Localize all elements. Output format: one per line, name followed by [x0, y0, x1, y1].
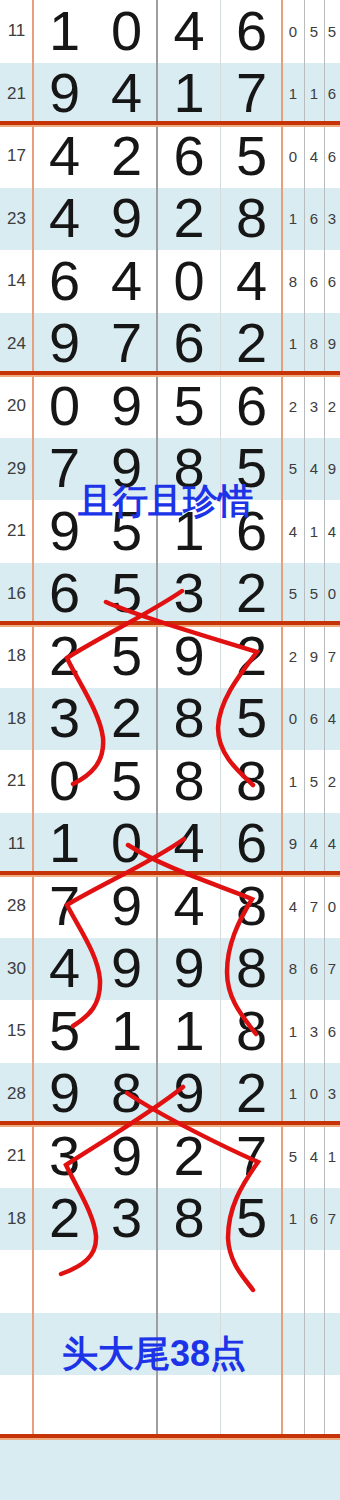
sum-cell: 18 [0, 688, 33, 751]
extra-digit-cell: 6 [304, 250, 324, 313]
draw-digit-cell: 8 [220, 1000, 282, 1063]
chart-row: 146404866 [0, 250, 340, 313]
draw-digit-cell: 4 [33, 938, 95, 1001]
draw-digit-cell: 0 [157, 250, 220, 313]
draw-digit-cell: 9 [33, 1063, 95, 1126]
grid-vline-extras-col2 [304, 0, 305, 1438]
extra-digit-cell: 4 [282, 500, 304, 563]
draw-digit-cell: 6 [157, 313, 220, 376]
blue-note-head-tail-38: 头大尾38点 [62, 1336, 246, 1372]
draw-digit-cell: 4 [33, 125, 95, 188]
extra-digit-cell: 1 [282, 1188, 304, 1251]
sum-cell: 28 [0, 875, 33, 938]
sum-cell: 30 [0, 938, 33, 1001]
draw-digit-cell: 2 [33, 625, 95, 688]
draw-digit-cell: 8 [157, 688, 220, 751]
extra-digit-cell [304, 1250, 324, 1313]
draw-digit-cell: 9 [157, 625, 220, 688]
chart-row: 111046944 [0, 813, 340, 876]
draw-digit-cell: 9 [95, 188, 157, 251]
sum-cell [0, 1375, 33, 1438]
extra-digit-cell: 4 [282, 875, 304, 938]
extra-digit-cell: 9 [282, 813, 304, 876]
extra-digit-cell: 1 [282, 1063, 304, 1126]
extra-digit-cell: 6 [304, 938, 324, 1001]
grid-vline-faint-divider [220, 0, 221, 1438]
chart-row: 289892103 [0, 1063, 340, 1126]
extra-digit-cell: 9 [304, 625, 324, 688]
extra-digit-cell: 5 [304, 750, 324, 813]
chart-row: 200956232 [0, 375, 340, 438]
extra-digit-cell: 5 [304, 563, 324, 626]
draw-digit-cell: 5 [220, 125, 282, 188]
extra-digit-cell: 6 [304, 688, 324, 751]
chart-row: 249762189 [0, 313, 340, 376]
extra-digit-cell: 1 [282, 750, 304, 813]
draw-digit-cell: 2 [220, 625, 282, 688]
draw-digit-cell [33, 1375, 95, 1438]
draw-digit-cell: 7 [33, 875, 95, 938]
draw-digit-cell: 8 [220, 188, 282, 251]
extra-digit-cell [304, 1375, 324, 1438]
chart-row: 219417116 [0, 63, 340, 126]
draw-digit-cell: 4 [157, 0, 220, 63]
extra-digit-cell: 1 [282, 313, 304, 376]
group-separator-sliver [0, 625, 340, 627]
extra-digit-cell: 0 [282, 125, 304, 188]
extra-digit-cell: 6 [324, 250, 340, 313]
draw-digit-cell: 4 [95, 250, 157, 313]
lottery-trend-chart: 1110460552194171161742650462349281631464… [0, 0, 340, 1500]
extra-digit-cell [324, 1375, 340, 1438]
extra-digit-cell: 2 [282, 375, 304, 438]
draw-digit-cell: 5 [220, 688, 282, 751]
draw-digit-cell: 2 [33, 1188, 95, 1251]
draw-digit-cell: 9 [95, 375, 157, 438]
draw-digit-cell: 2 [220, 563, 282, 626]
extra-digit-cell: 2 [324, 750, 340, 813]
draw-digit-cell [220, 1375, 282, 1438]
extra-digit-cell: 5 [324, 0, 340, 63]
sum-cell: 18 [0, 1188, 33, 1251]
draw-digit-cell [157, 1375, 220, 1438]
draw-digit-cell: 8 [220, 938, 282, 1001]
draw-digit-cell: 6 [220, 813, 282, 876]
chart-row: 234928163 [0, 188, 340, 251]
draw-digit-cell [220, 1250, 282, 1313]
chart-row: 183285064 [0, 688, 340, 751]
sum-cell: 11 [0, 813, 33, 876]
extra-digit-cell: 4 [304, 438, 324, 501]
chart-row: 166532550 [0, 563, 340, 626]
sum-cell [0, 1313, 33, 1376]
extra-digit-cell: 1 [282, 63, 304, 126]
grid-vline-sum-divider [32, 0, 34, 1438]
chart-row: 182385167 [0, 1188, 340, 1251]
extra-digit-cell: 6 [304, 188, 324, 251]
draw-digit-cell: 1 [157, 63, 220, 126]
draw-digit-cell: 5 [220, 1188, 282, 1251]
draw-digit-cell: 1 [157, 1000, 220, 1063]
extra-digit-cell: 6 [324, 125, 340, 188]
sum-cell: 24 [0, 313, 33, 376]
extra-digit-cell [324, 1250, 340, 1313]
empty-row [0, 1250, 340, 1313]
draw-digit-cell: 3 [95, 1188, 157, 1251]
draw-digit-cell: 9 [95, 875, 157, 938]
extra-digit-cell: 8 [282, 250, 304, 313]
draw-digit-cell: 5 [33, 1000, 95, 1063]
draw-digit-cell: 7 [95, 313, 157, 376]
extra-digit-cell: 8 [304, 313, 324, 376]
extra-digit-cell: 3 [304, 1000, 324, 1063]
draw-digit-cell: 8 [95, 1063, 157, 1126]
sum-cell [0, 1250, 33, 1313]
draw-digit-cell: 9 [95, 1125, 157, 1188]
draw-digit-cell: 4 [95, 63, 157, 126]
group-separator-sliver [0, 125, 340, 127]
draw-digit-cell [95, 1250, 157, 1313]
chart-row: 155118136 [0, 1000, 340, 1063]
draw-digit-cell: 0 [33, 750, 95, 813]
draw-digit-cell: 3 [33, 688, 95, 751]
chart-row: 210588152 [0, 750, 340, 813]
extra-digit-cell: 7 [324, 625, 340, 688]
sum-cell: 21 [0, 750, 33, 813]
chart-row: 182592297 [0, 625, 340, 688]
extra-digit-cell: 1 [304, 63, 324, 126]
draw-digit-cell: 5 [157, 375, 220, 438]
extra-digit-cell: 1 [282, 1000, 304, 1063]
draw-digit-cell: 9 [95, 938, 157, 1001]
draw-digit-cell: 2 [95, 125, 157, 188]
extra-digit-cell: 7 [324, 938, 340, 1001]
empty-row [0, 1375, 340, 1438]
extra-digit-cell: 6 [324, 1000, 340, 1063]
extra-digit-cell: 1 [304, 500, 324, 563]
draw-digit-cell: 6 [157, 125, 220, 188]
draw-digit-cell: 7 [220, 63, 282, 126]
extra-digit-cell: 7 [304, 875, 324, 938]
extra-digit-cell: 2 [282, 625, 304, 688]
draw-digit-cell [157, 1250, 220, 1313]
draw-digit-cell: 0 [95, 813, 157, 876]
draw-digit-cell: 3 [33, 1125, 95, 1188]
draw-digit-cell: 1 [33, 0, 95, 63]
extra-digit-cell: 2 [324, 375, 340, 438]
draw-digit-cell: 2 [157, 188, 220, 251]
draw-digit-cell: 8 [220, 750, 282, 813]
extra-digit-cell: 0 [282, 688, 304, 751]
extra-digit-cell: 1 [324, 1125, 340, 1188]
chart-rows-container: 1110460552194171161742650462349281631464… [0, 0, 340, 1438]
extra-digit-cell: 4 [324, 688, 340, 751]
extra-digit-cell: 8 [282, 938, 304, 1001]
extra-digit-cell: 6 [304, 1188, 324, 1251]
extra-digit-cell [324, 1313, 340, 1376]
extra-digit-cell: 5 [282, 563, 304, 626]
extra-digit-cell: 0 [324, 875, 340, 938]
sum-cell: 21 [0, 63, 33, 126]
group-separator-sliver [0, 875, 340, 877]
sum-cell: 17 [0, 125, 33, 188]
sum-cell: 29 [0, 438, 33, 501]
extra-digit-cell [282, 1375, 304, 1438]
extra-digit-cell: 4 [304, 1125, 324, 1188]
draw-digit-cell: 5 [95, 625, 157, 688]
extra-digit-cell: 5 [304, 0, 324, 63]
grid-vline-extras-divider [281, 0, 283, 1438]
extra-digit-cell: 4 [324, 813, 340, 876]
draw-digit-cell: 8 [220, 875, 282, 938]
draw-digit-cell: 1 [33, 813, 95, 876]
extra-digit-cell: 3 [324, 188, 340, 251]
blue-note-cherish: 且行且珍惜 [78, 483, 253, 518]
draw-digit-cell: 8 [157, 1188, 220, 1251]
extra-digit-cell: 6 [324, 63, 340, 126]
extra-digit-cell: 9 [324, 438, 340, 501]
draw-digit-cell: 9 [33, 63, 95, 126]
draw-digit-cell: 3 [157, 563, 220, 626]
extra-digit-cell: 5 [282, 438, 304, 501]
extra-digit-cell: 3 [324, 1063, 340, 1126]
draw-digit-cell: 2 [157, 1125, 220, 1188]
group-separator-sliver [0, 1125, 340, 1127]
sum-cell: 11 [0, 0, 33, 63]
draw-digit-cell: 6 [33, 250, 95, 313]
draw-digit-cell: 2 [95, 688, 157, 751]
sum-cell: 15 [0, 1000, 33, 1063]
draw-digit-cell: 8 [157, 750, 220, 813]
extra-digit-cell: 4 [304, 125, 324, 188]
extra-digit-cell: 1 [282, 188, 304, 251]
sum-cell: 21 [0, 500, 33, 563]
chart-row: 287948470 [0, 875, 340, 938]
extra-digit-cell: 3 [304, 375, 324, 438]
chart-row: 174265046 [0, 125, 340, 188]
draw-digit-cell: 4 [33, 188, 95, 251]
chart-row: 111046055 [0, 0, 340, 63]
draw-digit-cell: 6 [33, 563, 95, 626]
draw-digit-cell: 4 [220, 250, 282, 313]
draw-digit-cell: 4 [157, 875, 220, 938]
extra-digit-cell: 5 [282, 1125, 304, 1188]
extra-digit-cell [282, 1250, 304, 1313]
draw-digit-cell [95, 1375, 157, 1438]
draw-digit-cell: 1 [95, 1000, 157, 1063]
sum-cell: 23 [0, 188, 33, 251]
draw-digit-cell: 9 [157, 1063, 220, 1126]
extra-digit-cell: 7 [324, 1188, 340, 1251]
sum-cell: 21 [0, 1125, 33, 1188]
chart-row: 213927541 [0, 1125, 340, 1188]
draw-digit-cell: 0 [95, 0, 157, 63]
draw-digit-cell: 5 [95, 750, 157, 813]
draw-digit-cell: 6 [220, 0, 282, 63]
extra-digit-cell [304, 1313, 324, 1376]
draw-digit-cell: 9 [33, 313, 95, 376]
sum-cell: 18 [0, 625, 33, 688]
draw-digit-cell [33, 1250, 95, 1313]
draw-digit-cell: 5 [95, 563, 157, 626]
chart-row: 304998867 [0, 938, 340, 1001]
draw-digit-cell: 2 [220, 1063, 282, 1126]
draw-digit-cell: 2 [220, 313, 282, 376]
sum-cell: 14 [0, 250, 33, 313]
footer-band [0, 1438, 340, 1500]
extra-digit-cell: 4 [304, 813, 324, 876]
extra-digit-cell [282, 1313, 304, 1376]
extra-digit-cell: 0 [282, 0, 304, 63]
draw-digit-cell: 0 [33, 375, 95, 438]
draw-digit-cell: 9 [157, 938, 220, 1001]
extra-digit-cell: 9 [324, 313, 340, 376]
grid-vline-mid-divider [156, 0, 158, 1438]
extra-digit-cell: 4 [324, 500, 340, 563]
table-bottom-sliver [0, 1438, 340, 1440]
extra-digit-cell: 0 [324, 563, 340, 626]
sum-cell: 20 [0, 375, 33, 438]
draw-digit-cell: 6 [220, 375, 282, 438]
draw-digit-cell: 4 [157, 813, 220, 876]
group-separator-sliver [0, 375, 340, 377]
grid-vline-extras-col3 [324, 0, 325, 1438]
draw-digit-cell: 7 [220, 1125, 282, 1188]
extra-digit-cell: 0 [304, 1063, 324, 1126]
sum-cell: 28 [0, 1063, 33, 1126]
sum-cell: 16 [0, 563, 33, 626]
